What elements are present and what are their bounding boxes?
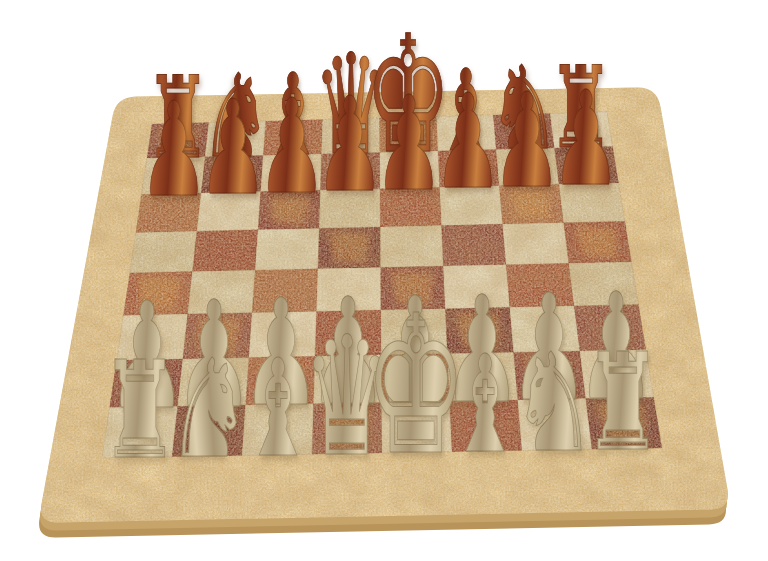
- piece-red-pawn-h7[interactable]: ♟: [551, 74, 621, 204]
- piece-cream-rook-h1[interactable]: ♜: [584, 336, 663, 470]
- piece-cream-knight-b1[interactable]: ♞: [167, 341, 252, 477]
- chess-set-photo: ♜♞♝♛♚♝♞♜♟♟♟♟♟♟♟♟♟♟♟♟♟♟♟♟♜♞♝♛♚♝♞♜: [0, 0, 768, 561]
